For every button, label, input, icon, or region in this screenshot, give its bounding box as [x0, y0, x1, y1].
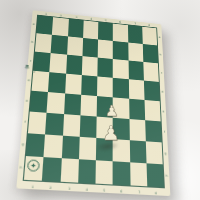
- square-r0c2[interactable]: [68, 19, 84, 38]
- square-r4c0[interactable]: [30, 91, 48, 113]
- square-r6c7[interactable]: [146, 141, 163, 164]
- coord-label-b: b: [159, 50, 162, 59]
- square-r1c1[interactable]: [51, 35, 68, 55]
- square-r0c6[interactable]: [128, 25, 143, 44]
- square-r5c1[interactable]: [45, 113, 63, 136]
- coord-label-c: c: [160, 68, 163, 77]
- queen-crown-icon: ♛: [23, 63, 31, 70]
- board-grid: ✦: [23, 15, 165, 189]
- square-r3c6[interactable]: [128, 79, 144, 100]
- square-r4c1[interactable]: [47, 92, 65, 114]
- square-r6c2[interactable]: [61, 136, 79, 160]
- square-r2c3[interactable]: [82, 56, 98, 76]
- coord-label-4: 4: [82, 187, 91, 190]
- coord-label-d: d: [161, 87, 164, 97]
- square-r2c6[interactable]: [128, 60, 144, 80]
- square-r7c5[interactable]: [113, 161, 130, 185]
- corner-logo-emblem: ✦: [27, 159, 40, 172]
- square-r6c5[interactable]: [113, 139, 130, 162]
- square-r2c2[interactable]: [66, 55, 83, 75]
- square-r2c1[interactable]: [50, 53, 67, 74]
- square-r3c7[interactable]: [144, 81, 160, 102]
- coord-label-8: 8: [151, 191, 160, 194]
- square-r0c0[interactable]: [36, 16, 53, 35]
- square-r0c1[interactable]: [52, 17, 68, 36]
- square-r0c5[interactable]: [113, 24, 128, 43]
- square-r5c6[interactable]: [129, 119, 146, 141]
- coord-label-a: a: [158, 33, 161, 42]
- square-r6c0[interactable]: [26, 133, 45, 157]
- square-r5c7[interactable]: [145, 120, 162, 142]
- square-r4c3[interactable]: [80, 95, 97, 117]
- square-r4c5[interactable]: [113, 97, 129, 119]
- coord-label-h: h: [19, 162, 23, 174]
- coord-label-g: g: [164, 148, 167, 159]
- coord-label-6: 6: [117, 189, 126, 192]
- square-r2c5[interactable]: [113, 59, 128, 79]
- square-r1c4[interactable]: [98, 39, 113, 59]
- coord-label-2: 2: [46, 185, 55, 188]
- coord-label-h: h: [165, 170, 168, 182]
- square-r5c0[interactable]: [28, 112, 47, 135]
- square-r1c3[interactable]: [82, 38, 98, 58]
- square-r5c3[interactable]: [79, 115, 96, 138]
- square-r5c5[interactable]: [113, 118, 129, 140]
- square-r2c0[interactable]: [33, 52, 51, 73]
- square-r7c7[interactable]: [146, 163, 164, 187]
- square-r6c4[interactable]: [96, 138, 113, 161]
- square-r3c2[interactable]: [65, 74, 82, 95]
- coord-label-f: f: [23, 117, 27, 128]
- square-r6c6[interactable]: [129, 140, 146, 163]
- square-r0c7[interactable]: [142, 27, 157, 46]
- square-r3c3[interactable]: [81, 75, 97, 96]
- square-r7c1[interactable]: [42, 157, 61, 182]
- square-r4c7[interactable]: [144, 100, 160, 121]
- coord-label-f: f: [163, 127, 166, 138]
- coord-label-3: 3: [64, 186, 73, 189]
- square-r5c2[interactable]: [62, 114, 80, 137]
- square-r4c6[interactable]: [129, 99, 145, 121]
- square-r6c3[interactable]: [79, 137, 97, 160]
- square-r7c6[interactable]: [130, 162, 147, 186]
- square-r7c0[interactable]: ✦: [24, 156, 44, 181]
- square-r3c0[interactable]: [32, 71, 50, 92]
- chessboard[interactable]: ✦ 12345678 12345678 abcdefgh abcdefgh ♛ …: [16, 10, 170, 196]
- square-r2c4[interactable]: [97, 58, 113, 78]
- square-r4c4[interactable]: [97, 96, 113, 118]
- square-r1c2[interactable]: [67, 36, 83, 56]
- square-r3c5[interactable]: [113, 78, 129, 99]
- square-r7c4[interactable]: [95, 160, 112, 184]
- square-r1c7[interactable]: [143, 44, 158, 63]
- square-r1c0[interactable]: [35, 33, 52, 53]
- square-r4c2[interactable]: [64, 93, 81, 115]
- square-r1c5[interactable]: [113, 41, 128, 61]
- coord-label-e: e: [162, 106, 165, 116]
- square-r7c3[interactable]: [78, 159, 96, 183]
- chessboard-wrapper: ✦ 12345678 12345678 abcdefgh abcdefgh ♛ …: [26, 2, 168, 192]
- square-r5c4[interactable]: [96, 117, 113, 140]
- coord-label-1: 1: [28, 184, 37, 187]
- square-r6c1[interactable]: [44, 134, 63, 158]
- square-r1c6[interactable]: [128, 42, 143, 61]
- coord-label-g: g: [21, 139, 25, 151]
- coord-label-5: 5: [100, 188, 109, 191]
- square-r3c1[interactable]: [48, 72, 65, 93]
- square-r7c2[interactable]: [60, 158, 79, 182]
- square-r3c4[interactable]: [97, 76, 113, 97]
- square-r2c7[interactable]: [143, 62, 159, 82]
- coord-label-7: 7: [134, 190, 143, 193]
- square-r0c3[interactable]: [83, 20, 98, 39]
- square-r0c4[interactable]: [98, 22, 113, 41]
